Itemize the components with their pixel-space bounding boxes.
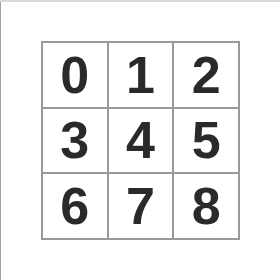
- cell-r0c2[interactable]: 2: [174, 43, 238, 107]
- top-edge-line: [0, 0, 280, 2]
- cell-r2c0[interactable]: 6: [43, 174, 107, 238]
- cell-r1c0[interactable]: 3: [43, 109, 107, 173]
- cell-r2c2[interactable]: 8: [174, 174, 238, 238]
- left-edge-line: [0, 2, 1, 280]
- cell-r1c1[interactable]: 4: [109, 109, 173, 173]
- cell-r0c1[interactable]: 1: [109, 43, 173, 107]
- cell-r1c2[interactable]: 5: [174, 109, 238, 173]
- cell-r0c0[interactable]: 0: [43, 43, 107, 107]
- cell-r2c1[interactable]: 7: [109, 174, 173, 238]
- number-grid-board: 0 1 2 3 4 5 6 7 8: [41, 41, 240, 240]
